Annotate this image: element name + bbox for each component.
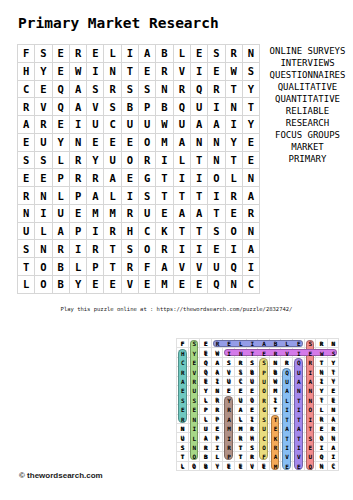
- solution-letter: I: [212, 377, 224, 386]
- solution-letter: I: [223, 348, 235, 357]
- grid-cell: E: [139, 63, 156, 81]
- solution-letter: U: [200, 424, 212, 433]
- word-list-item: ONLINE SURVEYS: [262, 45, 353, 57]
- grid-cell: R: [35, 116, 52, 134]
- solution-letter: E: [200, 339, 212, 348]
- solution-letter: U: [223, 377, 235, 386]
- solution-letter: R: [200, 443, 212, 452]
- solution-letter: E: [293, 339, 305, 348]
- grid-cell: C: [139, 223, 156, 241]
- solution-letter: P: [200, 405, 212, 414]
- solution-letter: R: [270, 443, 282, 452]
- solution-letter: I: [316, 377, 328, 386]
- solution-letter: T: [235, 452, 247, 461]
- grid-cell: T: [174, 187, 191, 205]
- solution-letter: Y: [328, 358, 340, 367]
- solution-letter: E: [235, 386, 247, 395]
- grid-cell: N: [243, 45, 260, 63]
- solution-letter: A: [305, 377, 317, 386]
- solution-letter: T: [293, 415, 305, 424]
- solution-letter: L: [235, 339, 247, 348]
- solution-letter: N: [305, 386, 317, 395]
- grid-cell: T: [156, 187, 173, 205]
- grid-cell: R: [18, 187, 35, 205]
- solution-letter: I: [270, 396, 282, 405]
- grid-cell: T: [18, 258, 35, 276]
- grid-cell: G: [139, 169, 156, 187]
- grid-cell: I: [156, 152, 173, 170]
- grid-cell: B: [53, 258, 70, 276]
- solution-letter: N: [305, 396, 317, 405]
- solution-letter: E: [177, 405, 189, 414]
- solution-letter: A: [212, 358, 224, 367]
- grid-cell: N: [208, 152, 225, 170]
- grid-cell: Y: [70, 276, 87, 294]
- solution-letter: O: [258, 443, 270, 452]
- grid-cell: V: [174, 63, 191, 81]
- grid-cell: N: [70, 134, 87, 152]
- page-title: Primary Market Research: [18, 15, 219, 31]
- solution-letter: E: [247, 386, 259, 395]
- grid-cell: A: [70, 81, 87, 99]
- grid-cell: A: [191, 205, 208, 223]
- grid-cell: O: [139, 240, 156, 258]
- solution-letter: L: [212, 452, 224, 461]
- grid-cell: L: [174, 45, 191, 63]
- solution-letter: Q: [200, 367, 212, 376]
- grid-cell: E: [87, 276, 104, 294]
- solution-letter: V: [247, 462, 259, 471]
- grid-cell: I: [208, 187, 225, 205]
- solution-letter: E: [189, 405, 201, 414]
- grid-cell: P: [139, 98, 156, 116]
- solution-letter: U: [189, 386, 201, 395]
- solution-letter: R: [189, 377, 201, 386]
- solution-letter: Q: [281, 367, 293, 376]
- grid-cell: S: [18, 152, 35, 170]
- solution-letter: T: [177, 452, 189, 461]
- grid-cell: E: [243, 152, 260, 170]
- grid-cell: U: [18, 223, 35, 241]
- grid-cell: U: [53, 205, 70, 223]
- grid-cell: L: [18, 276, 35, 294]
- grid-cell: Q: [226, 258, 243, 276]
- solution-letter: S: [177, 443, 189, 452]
- page: { "game": "word-search", "title": "Prima…: [0, 0, 353, 500]
- solution-letter: T: [270, 415, 282, 424]
- grid-cell: R: [139, 152, 156, 170]
- grid-cell: V: [174, 258, 191, 276]
- solution-letter: R: [270, 348, 282, 357]
- grid-cell: T: [122, 63, 139, 81]
- grid-cell: U: [139, 116, 156, 134]
- solution-letter: N: [293, 386, 305, 395]
- grid-cell: I: [87, 63, 104, 81]
- solution-letter: A: [328, 443, 340, 452]
- grid-cell: R: [104, 81, 121, 99]
- solution-letter: F: [177, 339, 189, 348]
- grid-cell: Y: [35, 63, 52, 81]
- grid-cell: I: [70, 116, 87, 134]
- solution-letter: Y: [200, 386, 212, 395]
- solution-letter: I: [328, 452, 340, 461]
- grid-cell: E: [87, 134, 104, 152]
- grid-cell: E: [53, 45, 70, 63]
- solution-letter: A: [270, 452, 282, 461]
- solution-letter: W: [316, 348, 328, 357]
- grid-cell: N: [18, 205, 35, 223]
- grid-cell: V: [87, 98, 104, 116]
- solution-letters: FSERELIABLESRNHYEWINTERVIEWSCEQASRSSNRQR…: [176, 338, 339, 471]
- solution-letter: R: [223, 443, 235, 452]
- grid-cell: M: [156, 276, 173, 294]
- grid-cell: E: [191, 45, 208, 63]
- solution-letter: E: [189, 358, 201, 367]
- grid-cell: E: [156, 205, 173, 223]
- grid-cell: E: [243, 134, 260, 152]
- solution-letter: A: [293, 377, 305, 386]
- grid-cell: R: [18, 98, 35, 116]
- solution-letter: M: [223, 424, 235, 433]
- solution-letter: I: [247, 339, 259, 348]
- solution-letter: Y: [316, 386, 328, 395]
- solution-letter: R: [328, 424, 340, 433]
- solution-letter: T: [235, 443, 247, 452]
- solution-letter: U: [177, 433, 189, 442]
- solution-letter: T: [316, 358, 328, 367]
- grid-cell: U: [208, 258, 225, 276]
- grid-cell: S: [87, 81, 104, 99]
- solution-letter: E: [223, 339, 235, 348]
- solution-letter: C: [177, 358, 189, 367]
- solution-letter: N: [328, 405, 340, 414]
- grid-cell: P: [70, 223, 87, 241]
- solution-letter: E: [258, 348, 270, 357]
- word-list: ONLINE SURVEYSINTERVIEWSQUESTIONNAIRESQU…: [262, 45, 353, 165]
- solution-letter: T: [316, 396, 328, 405]
- solution-letter: S: [305, 433, 317, 442]
- word-list-item: QUALITATIVE: [262, 81, 353, 93]
- solution-letter: G: [258, 405, 270, 414]
- solution-letter: E: [200, 348, 212, 357]
- grid-cell: A: [208, 116, 225, 134]
- solution-letter: A: [281, 386, 293, 395]
- grid-cell: T: [191, 187, 208, 205]
- grid-cell: M: [104, 205, 121, 223]
- solution-letter: P: [212, 433, 224, 442]
- word-list-item: RESEARCH: [262, 117, 353, 129]
- grid-cell: O: [35, 258, 52, 276]
- solution-letter: L: [177, 462, 189, 471]
- grid-cell: A: [191, 116, 208, 134]
- solution-letter: V: [189, 367, 201, 376]
- word-list-item: QUANTITATIVE: [262, 93, 353, 105]
- solution-letter: R: [281, 358, 293, 367]
- solution-letter: T: [281, 415, 293, 424]
- grid-cell: Y: [226, 134, 243, 152]
- grid-cell: E: [226, 205, 243, 223]
- grid-cell: I: [226, 116, 243, 134]
- grid-cell: I: [208, 98, 225, 116]
- solution-letter: E: [223, 462, 235, 471]
- solution-letter: E: [305, 348, 317, 357]
- grid-cell: A: [70, 98, 87, 116]
- grid-cell: N: [226, 98, 243, 116]
- grid-cell: E: [87, 45, 104, 63]
- grid-cell: E: [18, 169, 35, 187]
- grid-cell: I: [243, 258, 260, 276]
- grid-cell: U: [104, 152, 121, 170]
- grid-cell: O: [35, 276, 52, 294]
- solution-letter: S: [247, 443, 259, 452]
- grid-cell: R: [53, 240, 70, 258]
- solution-letter: T: [305, 424, 317, 433]
- solution-letter: C: [258, 433, 270, 442]
- grid-cell: R: [174, 81, 191, 99]
- grid-cell: N: [104, 63, 121, 81]
- grid-cell: U: [35, 134, 52, 152]
- solution-letter: U: [258, 377, 270, 386]
- solution-letter: I: [223, 433, 235, 442]
- grid-cell: I: [191, 63, 208, 81]
- grid-cell: E: [191, 276, 208, 294]
- solution-letter: I: [281, 443, 293, 452]
- grid-cell: L: [53, 187, 70, 205]
- grid-cell: A: [174, 134, 191, 152]
- solution-letter: L: [200, 415, 212, 424]
- solution-letter: M: [270, 462, 282, 471]
- grid-cell: E: [208, 240, 225, 258]
- grid-cell: N: [191, 134, 208, 152]
- grid-cell: S: [104, 98, 121, 116]
- solution-letter: O: [247, 396, 259, 405]
- grid-cell: T: [191, 152, 208, 170]
- grid-cell: E: [35, 81, 52, 99]
- grid-cell: R: [87, 240, 104, 258]
- grid-cell: O: [122, 152, 139, 170]
- solution-letter: A: [281, 424, 293, 433]
- solution-letter: S: [235, 367, 247, 376]
- solution-letter: I: [293, 405, 305, 414]
- grid-cell: A: [156, 258, 173, 276]
- grid-cell: N: [35, 187, 52, 205]
- solution-letter: I: [247, 415, 259, 424]
- grid-cell: A: [139, 45, 156, 63]
- grid-cell: A: [104, 169, 121, 187]
- grid-cell: N: [156, 81, 173, 99]
- solution-letter: E: [293, 462, 305, 471]
- solution-letter: U: [258, 424, 270, 433]
- solution-letter: N: [235, 348, 247, 357]
- solution-letter: P: [212, 415, 224, 424]
- grid-cell: A: [53, 223, 70, 241]
- grid-cell: R: [122, 205, 139, 223]
- solution-letter: I: [305, 367, 317, 376]
- grid-cell: L: [226, 169, 243, 187]
- solution-letter: O: [189, 452, 201, 461]
- grid-cell: Q: [53, 81, 70, 99]
- solution-letter: A: [200, 433, 212, 442]
- solution-letter: N: [177, 424, 189, 433]
- solution-letter: E: [328, 386, 340, 395]
- solution-letter: Y: [223, 396, 235, 405]
- grid-cell: S: [35, 45, 52, 63]
- solution-letter: O: [189, 462, 201, 471]
- grid-cell: N: [35, 240, 52, 258]
- grid-cell: C: [104, 116, 121, 134]
- grid-cell: E: [174, 276, 191, 294]
- grid-cell: R: [122, 258, 139, 276]
- grid-cell: V: [35, 98, 52, 116]
- grid-cell: K: [156, 223, 173, 241]
- copyright: © thewordsearch.com: [19, 471, 103, 480]
- solution-letter: N: [328, 339, 340, 348]
- grid-cell: H: [122, 223, 139, 241]
- solution-letter: Y: [189, 348, 201, 357]
- solution-letter: S: [247, 358, 259, 367]
- solution-letter: V: [223, 367, 235, 376]
- solution-letter: U: [235, 396, 247, 405]
- grid-cell: W: [156, 116, 173, 134]
- solution-letter: L: [235, 415, 247, 424]
- grid-cell: I: [122, 45, 139, 63]
- grid-cell: T: [243, 98, 260, 116]
- grid-cell: V: [191, 258, 208, 276]
- solution-letter: F: [258, 452, 270, 461]
- grid-cell: C: [18, 81, 35, 99]
- grid-cell: O: [226, 223, 243, 241]
- solution-letter: V: [281, 452, 293, 461]
- grid-cell: S: [18, 240, 35, 258]
- grid-cell: I: [87, 223, 104, 241]
- grid-cell: M: [156, 134, 173, 152]
- grid-cell: E: [208, 63, 225, 81]
- grid-cell: L: [104, 187, 121, 205]
- solution-letter: S: [328, 348, 340, 357]
- solution-letter: R: [316, 339, 328, 348]
- solution-letter: I: [281, 405, 293, 414]
- solution-letter: W: [212, 348, 224, 357]
- solution-letter: O: [258, 386, 270, 395]
- grid-cell: I: [35, 205, 52, 223]
- solution-letter: V: [281, 348, 293, 357]
- solution-letter: Q: [200, 358, 212, 367]
- grid-cell: S: [208, 45, 225, 63]
- solution-letter: A: [258, 339, 270, 348]
- grid-cell: O: [208, 169, 225, 187]
- grid-cell: E: [35, 169, 52, 187]
- grid-cell: R: [104, 223, 121, 241]
- grid-cell: L: [35, 223, 52, 241]
- solution-letter: T: [328, 367, 340, 376]
- solution-letter: R: [212, 339, 224, 348]
- grid-cell: T: [208, 205, 225, 223]
- grid-cell: W: [70, 63, 87, 81]
- grid-cell: R: [70, 152, 87, 170]
- solution-letter: U: [293, 367, 305, 376]
- solution-letter: H: [177, 348, 189, 357]
- grid-cell: Y: [53, 134, 70, 152]
- solution-letter: E: [270, 424, 282, 433]
- solution-letter: I: [293, 348, 305, 357]
- solution-letter: A: [177, 377, 189, 386]
- grid-cell: N: [243, 169, 260, 187]
- solution-letter: I: [316, 443, 328, 452]
- grid-cell: T: [191, 223, 208, 241]
- solution-letter: L: [189, 433, 201, 442]
- grid-cell: U: [139, 205, 156, 223]
- grid-cell: R: [87, 169, 104, 187]
- grid-cell: B: [122, 98, 139, 116]
- word-list-item: RELIABLE: [262, 105, 353, 117]
- solution-letter: N: [189, 415, 201, 424]
- solution-letter: U: [281, 377, 293, 386]
- grid-cell: Y: [243, 81, 260, 99]
- solution-letter: C: [328, 462, 340, 471]
- grid-cell: R: [208, 81, 225, 99]
- grid-cell: L: [53, 152, 70, 170]
- solution-letter: B: [200, 462, 212, 471]
- solution-letter: S: [189, 396, 201, 405]
- solution-letter: S: [305, 339, 317, 348]
- grid-cell: L: [104, 45, 121, 63]
- grid-cell: S: [139, 81, 156, 99]
- grid-cell: U: [174, 116, 191, 134]
- solution-letter: T: [281, 433, 293, 442]
- word-search-grid: FSERELIABLESRNHYEWINTERVIEWSCEQASRSSNRQR…: [17, 44, 260, 294]
- grid-cell: S: [243, 63, 260, 81]
- word-list-item: QUESTIONNAIRES: [262, 69, 353, 81]
- grid-cell: A: [243, 187, 260, 205]
- word-list-item: INTERVIEWS: [262, 57, 353, 69]
- grid-cell: T: [156, 169, 173, 187]
- solution-letter: O: [316, 433, 328, 442]
- grid-cell: E: [122, 169, 139, 187]
- solution-letter: I: [305, 415, 317, 424]
- grid-cell: U: [87, 116, 104, 134]
- solution-letter: E: [212, 424, 224, 433]
- grid-cell: I: [191, 240, 208, 258]
- solution-letter: R: [316, 415, 328, 424]
- grid-cell: S: [122, 81, 139, 99]
- grid-cell: I: [226, 240, 243, 258]
- grid-cell: P: [87, 258, 104, 276]
- grid-cell: A: [174, 205, 191, 223]
- solution-letter: U: [305, 452, 317, 461]
- play-online-url[interactable]: Play this puzzle online at : https://the…: [0, 306, 353, 312]
- grid-cell: T: [104, 240, 121, 258]
- solution-letter: R: [177, 367, 189, 376]
- solution-letter: Q: [305, 462, 317, 471]
- solution-letter: N: [328, 433, 340, 442]
- grid-cell: I: [174, 240, 191, 258]
- solution-letter: T: [293, 433, 305, 442]
- grid-cell: U: [191, 98, 208, 116]
- solution-letter: B: [247, 367, 259, 376]
- grid-cell: C: [243, 276, 260, 294]
- grid-cell: E: [70, 205, 87, 223]
- solution-letter: Y: [212, 462, 224, 471]
- solution-letter: E: [281, 462, 293, 471]
- solution-letter: S: [189, 339, 201, 348]
- solution-letter: E: [177, 386, 189, 395]
- solution-letter: R: [247, 424, 259, 433]
- solution-letter: E: [235, 462, 247, 471]
- solution-thumbnail: FSERELIABLESRNHYEWINTERVIEWSCEQASRSSNRQR…: [176, 338, 340, 471]
- solution-letter: I: [293, 443, 305, 452]
- solution-letter: P: [223, 452, 235, 461]
- grid-cell: E: [104, 276, 121, 294]
